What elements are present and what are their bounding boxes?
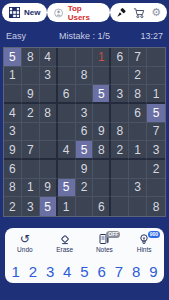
cell-r6c9[interactable]: 3 xyxy=(147,141,165,160)
numpad-8[interactable]: 8 xyxy=(128,263,145,280)
cell-r6c8[interactable]: 1 xyxy=(129,141,147,160)
cell-r5c9[interactable]: 7 xyxy=(147,123,165,142)
cell-r2c9[interactable] xyxy=(147,67,165,86)
top-bar: New Top Users ⚙ xyxy=(0,3,169,22)
numpad-7[interactable]: 7 xyxy=(110,263,127,280)
utility-buttons: ⚙ xyxy=(110,3,167,22)
numpad-6[interactable]: 6 xyxy=(93,263,110,280)
cell-r9c8[interactable] xyxy=(129,197,147,216)
cell-r1c8[interactable]: 7 xyxy=(129,48,147,67)
cell-r7c5[interactable]: 9 xyxy=(76,160,94,179)
cell-r2c8[interactable]: 2 xyxy=(129,67,147,86)
cell-r9c4[interactable]: 1 xyxy=(58,197,76,216)
sudoku-app: New Top Users ⚙ Easy Mistake : xyxy=(0,0,169,300)
numpad: 123456789 xyxy=(7,263,162,280)
timer: 13:27 xyxy=(119,31,163,41)
cell-r8c9[interactable] xyxy=(147,179,165,198)
cell-r3c2[interactable]: 9 xyxy=(22,85,40,104)
cell-r6c1[interactable]: 9 xyxy=(4,141,22,160)
cell-r9c7[interactable] xyxy=(111,197,129,216)
cell-r5c3[interactable] xyxy=(40,123,58,142)
numpad-4[interactable]: 4 xyxy=(59,263,76,280)
undo-label: Undo xyxy=(17,246,33,253)
cell-r1c7[interactable]: 6 xyxy=(111,48,129,67)
cell-r8c7[interactable] xyxy=(111,179,129,198)
cell-r3c1[interactable] xyxy=(4,85,22,104)
cell-r6c5[interactable]: 5 xyxy=(76,141,94,160)
numpad-2[interactable]: 2 xyxy=(24,263,41,280)
cell-r9c2[interactable]: 3 xyxy=(22,197,40,216)
cell-r4c3[interactable]: 8 xyxy=(40,104,58,123)
top-users-button[interactable]: Top Users xyxy=(47,3,110,22)
cell-r4c1[interactable]: 4 xyxy=(4,104,22,123)
control-panel: ↺ Undo Erase OFF xyxy=(5,228,164,283)
hints-count-badge: 900 xyxy=(148,231,160,238)
cell-r6c2[interactable]: 7 xyxy=(22,141,40,160)
difficulty-label: Easy xyxy=(6,31,50,41)
cell-r9c9[interactable]: 8 xyxy=(147,197,165,216)
cell-r4c8[interactable]: 6 xyxy=(129,104,147,123)
top-users-label: Top Users xyxy=(68,4,103,22)
erase-button[interactable]: Erase xyxy=(45,232,85,253)
cell-r9c6[interactable]: 6 xyxy=(93,197,111,216)
numpad-9[interactable]: 9 xyxy=(145,263,162,280)
cell-r6c3[interactable] xyxy=(40,141,58,160)
cell-r7c4[interactable] xyxy=(58,160,76,179)
cell-r5c6[interactable]: 9 xyxy=(93,123,111,142)
cell-r7c2[interactable] xyxy=(22,160,40,179)
undo-button[interactable]: ↺ Undo xyxy=(5,232,45,253)
cell-r7c8[interactable] xyxy=(129,160,147,179)
cell-r4c5[interactable]: 3 xyxy=(76,104,94,123)
cell-r6c4[interactable]: 4 xyxy=(58,141,76,160)
cart-icon[interactable] xyxy=(133,7,145,19)
cell-r9c5[interactable] xyxy=(76,197,94,216)
cell-r4c7[interactable] xyxy=(111,104,129,123)
settings-icon[interactable]: ⚙ xyxy=(151,7,161,18)
cell-r2c2[interactable] xyxy=(22,67,40,86)
cell-r2c7[interactable] xyxy=(111,67,129,86)
cell-r8c1[interactable]: 8 xyxy=(4,179,22,198)
cell-r3c5[interactable] xyxy=(76,85,94,104)
cell-r2c5[interactable]: 8 xyxy=(76,67,94,86)
new-game-button[interactable]: New xyxy=(2,3,47,22)
cell-r1c5[interactable] xyxy=(76,48,94,67)
cell-r3c4[interactable]: 6 xyxy=(58,85,76,104)
cell-r4c4[interactable] xyxy=(58,104,76,123)
numpad-1[interactable]: 1 xyxy=(7,263,24,280)
cell-r4c6[interactable] xyxy=(93,104,111,123)
cell-r5c2[interactable] xyxy=(22,123,40,142)
cell-r5c7[interactable]: 8 xyxy=(111,123,129,142)
notes-button[interactable]: OFF Notes xyxy=(85,232,125,253)
cell-r9c3[interactable]: 5 xyxy=(40,197,58,216)
cell-r3c3[interactable] xyxy=(40,85,58,104)
cell-r1c1[interactable]: 5 xyxy=(4,48,22,67)
cell-r6c6[interactable]: 8 xyxy=(93,141,111,160)
mistake-counter: Mistake : 1/5 xyxy=(50,31,120,41)
cell-r1c3[interactable]: 4 xyxy=(40,48,58,67)
cell-r3c7[interactable]: 3 xyxy=(111,85,129,104)
cell-r1c6[interactable]: 1 xyxy=(93,48,111,67)
notes-off-badge: OFF xyxy=(106,231,120,238)
cell-r6c7[interactable]: 2 xyxy=(111,141,129,160)
cell-r2c6[interactable] xyxy=(93,67,111,86)
cell-r1c2[interactable]: 8 xyxy=(22,48,40,67)
cell-r2c1[interactable]: 1 xyxy=(4,67,22,86)
cell-r8c4[interactable]: 5 xyxy=(58,179,76,198)
cell-r8c2[interactable]: 1 xyxy=(22,179,40,198)
new-game-label: New xyxy=(24,8,40,17)
undo-icon: ↺ xyxy=(20,232,30,245)
cell-r7c6[interactable] xyxy=(93,160,111,179)
cell-r7c1[interactable]: 6 xyxy=(4,160,22,179)
eraser-icon xyxy=(59,232,71,245)
cell-r3c6[interactable]: 5 xyxy=(93,85,111,104)
cell-r8c3[interactable]: 9 xyxy=(40,179,58,198)
cell-r2c3[interactable]: 3 xyxy=(40,67,58,86)
cell-r8c8[interactable]: 3 xyxy=(129,179,147,198)
cell-r3c9[interactable]: 1 xyxy=(147,85,165,104)
cell-r3c8[interactable]: 8 xyxy=(129,85,147,104)
numpad-5[interactable]: 5 xyxy=(76,263,93,280)
hints-button[interactable]: 900 Hints xyxy=(124,232,164,253)
sudoku-grid-icon xyxy=(9,7,20,18)
sudoku-grid: 5841671382965381428365369879745821369281… xyxy=(3,47,166,217)
brush-icon[interactable] xyxy=(116,7,127,18)
erase-label: Erase xyxy=(56,246,73,253)
cell-r1c9[interactable] xyxy=(147,48,165,67)
cell-r7c3[interactable] xyxy=(40,160,58,179)
cell-r4c2[interactable]: 2 xyxy=(22,104,40,123)
user-icon xyxy=(54,8,63,18)
cell-r2c4[interactable] xyxy=(58,67,76,86)
cell-r1c4[interactable] xyxy=(58,48,76,67)
cell-r8c5[interactable]: 2 xyxy=(76,179,94,198)
hints-label: Hints xyxy=(137,246,152,253)
cell-r4c9[interactable]: 5 xyxy=(147,104,165,123)
cell-r5c8[interactable] xyxy=(129,123,147,142)
notes-label: Notes xyxy=(96,246,113,253)
cell-r7c7[interactable] xyxy=(111,160,129,179)
cell-r8c6[interactable] xyxy=(93,179,111,198)
status-row: Easy Mistake : 1/5 13:27 xyxy=(6,31,163,41)
numpad-3[interactable]: 3 xyxy=(41,263,58,280)
cell-r9c1[interactable]: 2 xyxy=(4,197,22,216)
cell-r5c1[interactable]: 3 xyxy=(4,123,22,142)
cell-r5c5[interactable]: 6 xyxy=(76,123,94,142)
tool-row: ↺ Undo Erase OFF xyxy=(5,228,164,253)
cell-r7c9[interactable]: 2 xyxy=(147,160,165,179)
cell-r5c4[interactable] xyxy=(58,123,76,142)
